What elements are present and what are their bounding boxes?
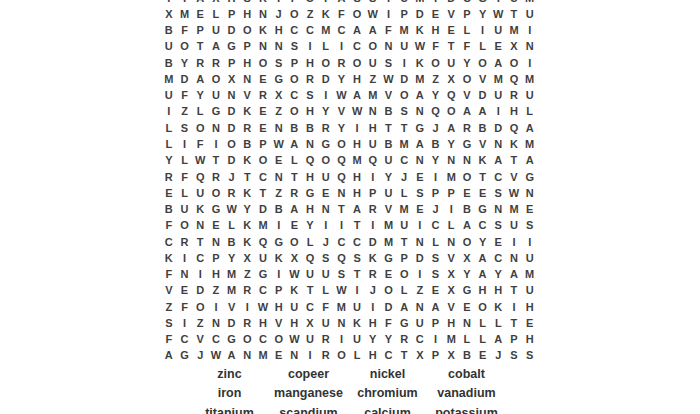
grid-cell-r14c4[interactable]: G [208,201,224,217]
grid-cell-r10c14[interactable]: U [365,136,381,152]
grid-cell-r3c17[interactable]: K [412,23,428,39]
grid-cell-r16c11[interactable]: J [318,234,334,250]
grid-cell-r22c2[interactable]: C [177,332,193,348]
grid-cell-r10c19[interactable]: Y [443,136,459,152]
grid-cell-r14c18[interactable]: J [428,201,444,217]
grid-cell-r3c22[interactable]: U [490,23,506,39]
grid-cell-r6c2[interactable]: D [177,71,193,87]
grid-cell-r3c18[interactable]: H [428,23,444,39]
grid-cell-r15c17[interactable]: I [412,218,428,234]
grid-cell-r8c14[interactable]: N [365,104,381,120]
grid-cell-r19c19[interactable]: X [443,283,459,299]
grid-cell-r4c17[interactable]: W [412,39,428,55]
grid-cell-r20c20[interactable]: E [459,299,475,315]
grid-cell-r4c12[interactable]: I [334,39,350,55]
grid-cell-r3c3[interactable]: P [192,23,208,39]
grid-cell-r20c17[interactable]: N [412,299,428,315]
grid-cell-r19c2[interactable]: E [177,283,193,299]
grid-cell-r7c2[interactable]: F [177,88,193,104]
grid-cell-r11c14[interactable]: Q [365,153,381,169]
grid-cell-r12c3[interactable]: Q [192,169,208,185]
grid-cell-r3c9[interactable]: C [287,23,303,39]
grid-cell-r14c24[interactable]: E [522,201,538,217]
grid-cell-r6c14[interactable]: Z [365,71,381,87]
grid-cell-r11c2[interactable]: L [177,153,193,169]
grid-cell-r15c7[interactable]: M [255,218,271,234]
grid-cell-r6c16[interactable]: D [396,71,412,87]
grid-cell-r16c4[interactable]: N [208,234,224,250]
grid-cell-r5c16[interactable]: I [396,55,412,71]
grid-cell-r15c24[interactable]: S [522,218,538,234]
grid-cell-r7c9[interactable]: C [287,88,303,104]
grid-cell-r21c13[interactable]: K [349,315,365,331]
grid-cell-r18c2[interactable]: N [177,267,193,283]
grid-cell-r20c8[interactable]: H [271,299,287,315]
grid-cell-r21c4[interactable]: N [208,315,224,331]
grid-cell-r2c19[interactable]: V [443,6,459,22]
grid-cell-r14c21[interactable]: G [475,201,491,217]
grid-cell-r20c11[interactable]: F [318,299,334,315]
grid-cell-r11c13[interactable]: M [349,153,365,169]
grid-cell-r3c23[interactable]: M [506,23,522,39]
grid-cell-r20c3[interactable]: O [192,299,208,315]
grid-cell-r9c16[interactable]: T [396,120,412,136]
grid-cell-r8c11[interactable]: Y [318,104,334,120]
grid-cell-r15c13[interactable]: T [349,218,365,234]
grid-cell-r17c14[interactable]: K [365,250,381,266]
grid-cell-r7c22[interactable]: U [490,88,506,104]
grid-cell-r15c5[interactable]: L [224,218,240,234]
grid-cell-r10c10[interactable]: N [302,136,318,152]
grid-cell-r15c4[interactable]: E [208,218,224,234]
grid-cell-r7c5[interactable]: N [224,88,240,104]
grid-cell-r4c16[interactable]: U [396,39,412,55]
grid-cell-r13c8[interactable]: Z [271,185,287,201]
grid-cell-r16c23[interactable]: I [506,234,522,250]
grid-cell-r4c21[interactable]: L [475,39,491,55]
grid-cell-r4c10[interactable]: I [302,39,318,55]
grid-cell-r20c16[interactable]: A [396,299,412,315]
grid-cell-r12c10[interactable]: H [302,169,318,185]
grid-cell-r16c1[interactable]: C [161,234,177,250]
grid-cell-r7c20[interactable]: V [459,88,475,104]
grid-cell-r10c8[interactable]: W [271,136,287,152]
grid-cell-r21c21[interactable]: L [475,315,491,331]
grid-cell-r7c4[interactable]: U [208,88,224,104]
grid-cell-r3c7[interactable]: K [255,23,271,39]
grid-cell-r21c16[interactable]: G [396,315,412,331]
grid-cell-r10c20[interactable]: G [459,136,475,152]
grid-cell-r21c24[interactable]: E [522,315,538,331]
grid-cell-r16c2[interactable]: R [177,234,193,250]
grid-cell-r8c5[interactable]: D [224,104,240,120]
grid-cell-r17c17[interactable]: D [412,250,428,266]
grid-cell-r19c3[interactable]: D [192,283,208,299]
grid-cell-r15c18[interactable]: C [428,218,444,234]
grid-cell-r13c7[interactable]: T [255,185,271,201]
grid-cell-r22c13[interactable]: U [349,332,365,348]
grid-cell-r5c13[interactable]: O [349,55,365,71]
grid-cell-r9c24[interactable]: A [522,120,538,136]
grid-cell-r17c21[interactable]: A [475,250,491,266]
grid-cell-r17c22[interactable]: C [490,250,506,266]
grid-cell-r4c20[interactable]: F [459,39,475,55]
grid-cell-r21c8[interactable]: V [271,315,287,331]
grid-cell-r21c23[interactable]: T [506,315,522,331]
grid-cell-r8c23[interactable]: H [506,104,522,120]
grid-cell-r5c23[interactable]: O [506,55,522,71]
grid-cell-r9c20[interactable]: R [459,120,475,136]
grid-cell-r14c14[interactable]: R [365,201,381,217]
grid-cell-r9c8[interactable]: N [271,120,287,136]
grid-cell-r3c16[interactable]: M [396,23,412,39]
grid-cell-r2c18[interactable]: E [428,6,444,22]
grid-cell-r15c3[interactable]: N [192,218,208,234]
grid-cell-r18c5[interactable]: M [224,267,240,283]
grid-cell-r12c6[interactable]: T [239,169,255,185]
grid-cell-r12c11[interactable]: U [318,169,334,185]
grid-cell-r14c22[interactable]: N [490,201,506,217]
grid-cell-r16c21[interactable]: Y [475,234,491,250]
grid-cell-r17c23[interactable]: N [506,250,522,266]
grid-cell-r8c4[interactable]: G [208,104,224,120]
grid-cell-r21c12[interactable]: N [334,315,350,331]
grid-cell-r3c21[interactable]: I [475,23,491,39]
grid-cell-r11c15[interactable]: U [381,153,397,169]
grid-cell-r20c10[interactable]: C [302,299,318,315]
grid-cell-r17c2[interactable]: I [177,250,193,266]
grid-cell-r8c2[interactable]: Z [177,104,193,120]
grid-cell-r19c7[interactable]: C [255,283,271,299]
grid-cell-r23c16[interactable]: T [396,348,412,364]
grid-cell-r17c20[interactable]: X [459,250,475,266]
grid-cell-r20c5[interactable]: V [224,299,240,315]
grid-cell-r19c16[interactable]: L [396,283,412,299]
grid-cell-r16c19[interactable]: N [443,234,459,250]
grid-cell-r8c3[interactable]: L [192,104,208,120]
grid-cell-r5c4[interactable]: R [208,55,224,71]
grid-cell-r19c9[interactable]: K [287,283,303,299]
grid-cell-r13c16[interactable]: L [396,185,412,201]
grid-cell-r10c23[interactable]: K [506,136,522,152]
grid-cell-r14c16[interactable]: M [396,201,412,217]
grid-cell-r10c16[interactable]: M [396,136,412,152]
grid-cell-r21c10[interactable]: X [302,315,318,331]
grid-cell-r20c14[interactable]: I [365,299,381,315]
grid-cell-r21c19[interactable]: H [443,315,459,331]
grid-cell-r23c7[interactable]: M [255,348,271,364]
grid-cell-r13c19[interactable]: P [443,185,459,201]
grid-cell-r6c5[interactable]: X [224,71,240,87]
grid-cell-r22c4[interactable]: C [208,332,224,348]
grid-cell-r11c23[interactable]: T [506,153,522,169]
grid-cell-r16c24[interactable]: I [522,234,538,250]
grid-cell-r20c13[interactable]: U [349,299,365,315]
grid-cell-r7c12[interactable]: W [334,88,350,104]
grid-cell-r4c4[interactable]: A [208,39,224,55]
grid-cell-r7c18[interactable]: Y [428,88,444,104]
grid-cell-r18c16[interactable]: O [396,267,412,283]
grid-cell-r13c2[interactable]: L [177,185,193,201]
grid-cell-r11c4[interactable]: T [208,153,224,169]
grid-cell-r16c3[interactable]: T [192,234,208,250]
grid-cell-r15c22[interactable]: S [490,218,506,234]
grid-cell-r14c17[interactable]: E [412,201,428,217]
grid-cell-r9c3[interactable]: O [192,120,208,136]
grid-cell-r20c4[interactable]: I [208,299,224,315]
grid-cell-r4c13[interactable]: C [349,39,365,55]
grid-cell-r18c7[interactable]: G [255,267,271,283]
grid-cell-r17c13[interactable]: S [349,250,365,266]
grid-cell-r16c16[interactable]: T [396,234,412,250]
grid-cell-r3c8[interactable]: H [271,23,287,39]
grid-cell-r23c2[interactable]: G [177,348,193,364]
grid-cell-r19c22[interactable]: H [490,283,506,299]
grid-cell-r10c18[interactable]: B [428,136,444,152]
grid-cell-r23c12[interactable]: O [334,348,350,364]
grid-cell-r18c4[interactable]: H [208,267,224,283]
grid-cell-r12c17[interactable]: E [412,169,428,185]
grid-cell-r7c19[interactable]: Q [443,88,459,104]
grid-cell-r5c22[interactable]: A [490,55,506,71]
grid-cell-r14c12[interactable]: T [334,201,350,217]
grid-cell-r9c9[interactable]: B [287,120,303,136]
grid-cell-r21c17[interactable]: U [412,315,428,331]
grid-cell-r8c24[interactable]: L [522,104,538,120]
grid-cell-r7c8[interactable]: X [271,88,287,104]
grid-cell-r12c15[interactable]: Y [381,169,397,185]
grid-cell-r8c19[interactable]: O [443,104,459,120]
grid-cell-r2c4[interactable]: L [208,6,224,22]
grid-cell-r4c14[interactable]: O [365,39,381,55]
grid-cell-r18c19[interactable]: X [443,267,459,283]
grid-cell-r13c20[interactable]: E [459,185,475,201]
grid-cell-r5c11[interactable]: O [318,55,334,71]
grid-cell-r10c7[interactable]: P [255,136,271,152]
grid-cell-r7c21[interactable]: D [475,88,491,104]
grid-cell-r11c6[interactable]: K [239,153,255,169]
grid-cell-r9c2[interactable]: S [177,120,193,136]
grid-cell-r3c4[interactable]: U [208,23,224,39]
grid-cell-r7c16[interactable]: O [396,88,412,104]
grid-cell-r16c5[interactable]: B [224,234,240,250]
grid-cell-r23c18[interactable]: P [428,348,444,364]
grid-cell-r20c19[interactable]: V [443,299,459,315]
grid-cell-r17c15[interactable]: G [381,250,397,266]
grid-cell-r23c17[interactable]: X [412,348,428,364]
grid-cell-r18c3[interactable]: I [192,267,208,283]
grid-cell-r13c24[interactable]: N [522,185,538,201]
grid-cell-r13c21[interactable]: E [475,185,491,201]
grid-cell-r3c14[interactable]: A [365,23,381,39]
grid-cell-r12c4[interactable]: R [208,169,224,185]
grid-cell-r4c19[interactable]: T [443,39,459,55]
grid-cell-r6c8[interactable]: G [271,71,287,87]
grid-cell-r17c4[interactable]: P [208,250,224,266]
grid-cell-r18c1[interactable]: F [161,267,177,283]
grid-cell-r5c5[interactable]: P [224,55,240,71]
grid-cell-r22c11[interactable]: R [318,332,334,348]
grid-cell-r9c13[interactable]: I [349,120,365,136]
grid-cell-r5c9[interactable]: P [287,55,303,71]
grid-cell-r10c3[interactable]: F [192,136,208,152]
grid-cell-r7c6[interactable]: V [239,88,255,104]
grid-cell-r20c18[interactable]: A [428,299,444,315]
grid-cell-r6c3[interactable]: A [192,71,208,87]
grid-cell-r11c10[interactable]: Q [302,153,318,169]
grid-cell-r3c2[interactable]: F [177,23,193,39]
grid-cell-r18c22[interactable]: Y [490,267,506,283]
grid-cell-r20c7[interactable]: W [255,299,271,315]
grid-cell-r7c1[interactable]: U [161,88,177,104]
grid-cell-r18c17[interactable]: I [412,267,428,283]
grid-cell-r21c1[interactable]: S [161,315,177,331]
grid-cell-r22c10[interactable]: U [302,332,318,348]
grid-cell-r16c15[interactable]: M [381,234,397,250]
grid-cell-r10c5[interactable]: O [224,136,240,152]
grid-cell-r23c10[interactable]: I [302,348,318,364]
grid-cell-r16c18[interactable]: L [428,234,444,250]
grid-cell-r6c4[interactable]: O [208,71,224,87]
grid-cell-r19c5[interactable]: M [224,283,240,299]
grid-cell-r12c19[interactable]: M [443,169,459,185]
grid-cell-r9c10[interactable]: B [302,120,318,136]
grid-cell-r6c17[interactable]: M [412,71,428,87]
grid-cell-r14c9[interactable]: A [287,201,303,217]
grid-cell-r14c20[interactable]: B [459,201,475,217]
grid-cell-r15c11[interactable]: I [318,218,334,234]
grid-cell-r22c9[interactable]: W [287,332,303,348]
grid-cell-r13c14[interactable]: P [365,185,381,201]
grid-cell-r2c7[interactable]: N [255,6,271,22]
grid-cell-r4c11[interactable]: L [318,39,334,55]
grid-cell-r8c12[interactable]: V [334,104,350,120]
grid-cell-r19c11[interactable]: L [318,283,334,299]
grid-cell-r3c24[interactable]: I [522,23,538,39]
grid-cell-r23c8[interactable]: E [271,348,287,364]
grid-cell-r2c3[interactable]: E [192,6,208,22]
grid-cell-r8c20[interactable]: A [459,104,475,120]
grid-cell-r16c6[interactable]: K [239,234,255,250]
grid-cell-r6c7[interactable]: E [255,71,271,87]
grid-cell-r22c22[interactable]: A [490,332,506,348]
grid-cell-r4c5[interactable]: G [224,39,240,55]
grid-cell-r3c15[interactable]: F [381,23,397,39]
grid-cell-r13c18[interactable]: P [428,185,444,201]
grid-cell-r23c21[interactable]: E [475,348,491,364]
grid-cell-r5c19[interactable]: U [443,55,459,71]
grid-cell-r15c20[interactable]: A [459,218,475,234]
grid-cell-r4c6[interactable]: P [239,39,255,55]
grid-cell-r23c22[interactable]: J [490,348,506,364]
grid-cell-r8c7[interactable]: E [255,104,271,120]
grid-cell-r2c9[interactable]: O [287,6,303,22]
grid-cell-r10c6[interactable]: B [239,136,255,152]
grid-cell-r5c8[interactable]: S [271,55,287,71]
grid-cell-r22c14[interactable]: Y [365,332,381,348]
grid-cell-r7c11[interactable]: I [318,88,334,104]
grid-cell-r13c23[interactable]: W [506,185,522,201]
grid-cell-r22c6[interactable]: O [239,332,255,348]
grid-cell-r21c3[interactable]: Z [192,315,208,331]
grid-cell-r17c11[interactable]: S [318,250,334,266]
grid-cell-r14c23[interactable]: M [506,201,522,217]
grid-cell-r13c13[interactable]: H [349,185,365,201]
grid-cell-r3c19[interactable]: E [443,23,459,39]
grid-cell-r9c21[interactable]: B [475,120,491,136]
grid-cell-r22c23[interactable]: P [506,332,522,348]
grid-cell-r6c10[interactable]: R [302,71,318,87]
grid-cell-r16c22[interactable]: E [490,234,506,250]
grid-cell-r2c23[interactable]: T [506,6,522,22]
grid-cell-r12c23[interactable]: V [506,169,522,185]
grid-cell-r4c8[interactable]: N [271,39,287,55]
grid-cell-r4c9[interactable]: S [287,39,303,55]
grid-cell-r12c16[interactable]: J [396,169,412,185]
grid-cell-r16c10[interactable]: L [302,234,318,250]
grid-cell-r10c1[interactable]: L [161,136,177,152]
grid-cell-r12c20[interactable]: O [459,169,475,185]
grid-cell-r4c22[interactable]: E [490,39,506,55]
grid-cell-r2c12[interactable]: F [334,6,350,22]
grid-cell-r3c6[interactable]: O [239,23,255,39]
grid-cell-r4c1[interactable]: U [161,39,177,55]
grid-cell-r10c15[interactable]: B [381,136,397,152]
grid-cell-r4c24[interactable]: N [522,39,538,55]
grid-cell-r5c18[interactable]: O [428,55,444,71]
grid-cell-r23c13[interactable]: L [349,348,365,364]
grid-cell-r23c6[interactable]: N [239,348,255,364]
grid-cell-r4c15[interactable]: N [381,39,397,55]
grid-cell-r3c10[interactable]: C [302,23,318,39]
grid-cell-r7c7[interactable]: R [255,88,271,104]
grid-cell-r12c5[interactable]: J [224,169,240,185]
grid-cell-r19c14[interactable]: J [365,283,381,299]
grid-cell-r9c5[interactable]: D [224,120,240,136]
grid-cell-r18c18[interactable]: S [428,267,444,283]
grid-cell-r11c16[interactable]: C [396,153,412,169]
grid-cell-r5c1[interactable]: B [161,55,177,71]
grid-cell-r17c7[interactable]: U [255,250,271,266]
grid-cell-r13c10[interactable]: G [302,185,318,201]
grid-cell-r13c11[interactable]: E [318,185,334,201]
grid-cell-r18c6[interactable]: Z [239,267,255,283]
grid-cell-r14c15[interactable]: V [381,201,397,217]
grid-cell-r11c12[interactable]: Q [334,153,350,169]
grid-cell-r13c12[interactable]: N [334,185,350,201]
grid-cell-r14c10[interactable]: H [302,201,318,217]
grid-cell-r13c3[interactable]: U [192,185,208,201]
grid-cell-r5c21[interactable]: O [475,55,491,71]
grid-cell-r20c22[interactable]: K [490,299,506,315]
grid-cell-r21c22[interactable]: L [490,315,506,331]
grid-cell-r8c10[interactable]: H [302,104,318,120]
grid-cell-r15c12[interactable]: I [334,218,350,234]
grid-cell-r6c20[interactable]: O [459,71,475,87]
grid-cell-r8c8[interactable]: Z [271,104,287,120]
grid-cell-r9c12[interactable]: Y [334,120,350,136]
grid-cell-r15c23[interactable]: U [506,218,522,234]
grid-cell-r5c24[interactable]: I [522,55,538,71]
grid-cell-r12c24[interactable]: G [522,169,538,185]
grid-cell-r23c9[interactable]: N [287,348,303,364]
grid-cell-r20c12[interactable]: M [334,299,350,315]
grid-cell-r17c10[interactable]: Q [302,250,318,266]
grid-cell-r6c1[interactable]: M [161,71,177,87]
grid-cell-r5c2[interactable]: Y [177,55,193,71]
grid-cell-r2c20[interactable]: P [459,6,475,22]
grid-cell-r7c14[interactable]: M [365,88,381,104]
